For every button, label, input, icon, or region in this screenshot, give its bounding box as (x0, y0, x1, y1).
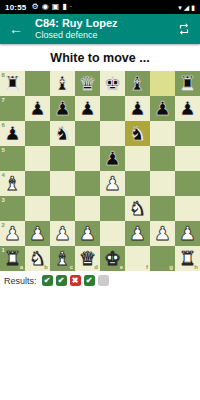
square-b3[interactable] (25, 196, 50, 221)
square-a8[interactable]: 8♜ (0, 71, 25, 96)
sim-icon: ▮ (62, 3, 66, 11)
piece-white-pawn: ♟ (129, 224, 146, 243)
square-g4[interactable] (150, 171, 175, 196)
square-h2[interactable]: ♟ (175, 221, 200, 246)
piece-black-queen: ♛ (79, 74, 96, 93)
piece-black-pawn: ♟ (129, 99, 146, 118)
piece-black-bishop: ♝ (129, 74, 146, 93)
app-bar-titles: C84: Ruy Lopez Closed defence (35, 17, 118, 42)
square-d1[interactable]: d♛ (75, 246, 100, 271)
square-e6[interactable] (100, 121, 125, 146)
square-f6[interactable]: ♞ (125, 121, 150, 146)
square-c3[interactable] (50, 196, 75, 221)
piece-black-pawn: ♟ (104, 149, 121, 168)
piece-white-pawn: ♟ (104, 174, 121, 193)
file-label: f (146, 264, 148, 270)
square-b1[interactable]: b♞ (25, 246, 50, 271)
square-f4[interactable] (125, 171, 150, 196)
status-left-icons: ⚙◉▣▮· (31, 3, 72, 11)
square-a6[interactable]: 6♟ (0, 121, 25, 146)
rank-label: 3 (2, 197, 5, 203)
piece-black-king: ♚ (104, 74, 121, 93)
square-b4[interactable] (25, 171, 50, 196)
piece-black-pawn: ♟ (4, 124, 21, 143)
square-c4[interactable] (50, 171, 75, 196)
piece-white-bishop: ♝ (4, 174, 21, 193)
result-empty-icon (98, 275, 109, 286)
square-f8[interactable]: ♝ (125, 71, 150, 96)
app-bar: ← C84: Ruy Lopez Closed defence (0, 14, 200, 44)
square-d5[interactable] (75, 146, 100, 171)
dot-icon: · (70, 3, 73, 11)
piece-white-knight: ♞ (129, 199, 146, 218)
square-c2[interactable]: ♟ (50, 221, 75, 246)
piece-black-bishop: ♝ (54, 74, 71, 93)
square-a1[interactable]: 1a♜ (0, 246, 25, 271)
piece-white-pawn: ♟ (54, 224, 71, 243)
square-c7[interactable]: ♟ (50, 96, 75, 121)
piece-black-pawn: ♟ (29, 99, 46, 118)
piece-black-knight: ♞ (129, 124, 146, 143)
square-h8[interactable]: ♜ (175, 71, 200, 96)
square-c5[interactable] (50, 146, 75, 171)
status-bar: 10:55 ⚙◉▣▮· ▾◢▮ (0, 0, 200, 14)
square-g2[interactable]: ♟ (150, 221, 175, 246)
square-e2[interactable] (100, 221, 125, 246)
piece-white-knight: ♞ (29, 249, 46, 268)
piece-black-knight: ♞ (54, 124, 71, 143)
square-b2[interactable]: ♟ (25, 221, 50, 246)
square-d7[interactable]: ♟ (75, 96, 100, 121)
square-g8[interactable] (150, 71, 175, 96)
square-h7[interactable]: ♟ (175, 96, 200, 121)
square-d2[interactable]: ♟ (75, 221, 100, 246)
square-h5[interactable] (175, 146, 200, 171)
square-d8[interactable]: ♛ (75, 71, 100, 96)
piece-white-pawn: ♟ (154, 224, 171, 243)
battery-icon: ▮ (191, 4, 195, 11)
square-d3[interactable] (75, 196, 100, 221)
square-g5[interactable] (150, 146, 175, 171)
result-pass-icon: ✔ (42, 275, 53, 286)
rank-label: 5 (2, 147, 5, 153)
circle-icon: ◉ (42, 3, 49, 11)
piece-white-pawn: ♟ (79, 224, 96, 243)
square-e1[interactable]: e♚ (100, 246, 125, 271)
square-c8[interactable]: ♝ (50, 71, 75, 96)
result-pass-icon: ✔ (56, 275, 67, 286)
square-a7[interactable]: 7 (0, 96, 25, 121)
square-f5[interactable] (125, 146, 150, 171)
square-h3[interactable] (175, 196, 200, 221)
square-e3[interactable] (100, 196, 125, 221)
square-b8[interactable] (25, 71, 50, 96)
piece-black-pawn: ♟ (154, 99, 171, 118)
result-pass-icon: ✔ (84, 275, 95, 286)
square-a2[interactable]: 2♟ (0, 221, 25, 246)
square-f7[interactable]: ♟ (125, 96, 150, 121)
piece-black-pawn: ♟ (54, 99, 71, 118)
result-fail-icon: ✖ (70, 275, 81, 286)
square-d6[interactable] (75, 121, 100, 146)
square-e5[interactable]: ♟ (100, 146, 125, 171)
chess-board: 8♜♝♛♚♝♜7♟♟♟♟♟♟6♟♞♞5♟4♝♟3♞2♟♟♟♟♟♟♟1a♜b♞c♝… (0, 71, 200, 271)
square-e4[interactable]: ♟ (100, 171, 125, 196)
side-to-move-text: White to move ... (0, 51, 200, 66)
piece-black-rook: ♜ (179, 74, 196, 93)
results-label: Results: (4, 276, 37, 286)
page-subtitle: Closed defence (35, 30, 118, 41)
piece-black-pawn: ♟ (79, 99, 96, 118)
square-h1[interactable]: h♜ (175, 246, 200, 271)
square-g7[interactable]: ♟ (150, 96, 175, 121)
piece-white-pawn: ♟ (29, 224, 46, 243)
rank-label: 7 (2, 97, 5, 103)
piece-white-rook: ♜ (179, 249, 196, 268)
status-right-icons: ▾◢▮ (178, 4, 195, 11)
square-a3[interactable]: 3 (0, 196, 25, 221)
file-label: g (169, 264, 173, 270)
square-g3[interactable] (150, 196, 175, 221)
square-b7[interactable]: ♟ (25, 96, 50, 121)
piece-white-rook: ♜ (4, 249, 21, 268)
piece-white-bishop: ♝ (54, 249, 71, 268)
wifi-icon: ▾ (178, 4, 182, 11)
piece-black-rook: ♜ (4, 74, 21, 93)
square-h4[interactable] (175, 171, 200, 196)
results-row: Results: ✔✔✖✔ (0, 271, 200, 290)
square-e8[interactable]: ♚ (100, 71, 125, 96)
flip-board-icon[interactable] (176, 22, 191, 37)
signal-icon: ◢ (184, 4, 189, 11)
piece-white-queen: ♛ (79, 249, 96, 268)
piece-white-pawn: ♟ (179, 224, 196, 243)
square-a4[interactable]: 4♝ (0, 171, 25, 196)
gear-icon: ⚙ (31, 3, 38, 11)
square-c1[interactable]: c♝ (50, 246, 75, 271)
square-g6[interactable] (150, 121, 175, 146)
square-f3[interactable]: ♞ (125, 196, 150, 221)
page-title: C84: Ruy Lopez (35, 17, 118, 31)
square-f1[interactable]: f (125, 246, 150, 271)
square-b6[interactable] (25, 121, 50, 146)
square-c6[interactable]: ♞ (50, 121, 75, 146)
square-f2[interactable]: ♟ (125, 221, 150, 246)
square-d4[interactable] (75, 171, 100, 196)
piece-black-pawn: ♟ (179, 99, 196, 118)
clock: 10:55 (5, 3, 26, 12)
back-icon[interactable]: ← (9, 22, 23, 36)
square-a5[interactable]: 5 (0, 146, 25, 171)
square-e7[interactable] (100, 96, 125, 121)
square-b5[interactable] (25, 146, 50, 171)
box-icon: ▣ (52, 3, 60, 11)
piece-white-king: ♚ (104, 249, 121, 268)
piece-white-pawn: ♟ (4, 224, 21, 243)
square-h6[interactable] (175, 121, 200, 146)
square-g1[interactable]: g (150, 246, 175, 271)
